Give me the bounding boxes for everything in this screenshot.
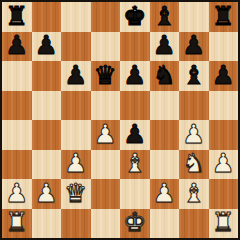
square-g3[interactable]: ♞: [179, 150, 209, 180]
square-f7[interactable]: ♟: [150, 32, 180, 62]
square-h4[interactable]: [209, 120, 239, 150]
square-d7[interactable]: [91, 32, 121, 62]
square-c7[interactable]: [61, 32, 91, 62]
piece-black-pawn[interactable]: ♟: [182, 32, 205, 58]
square-b1[interactable]: [32, 209, 62, 239]
piece-white-queen[interactable]: ♛: [64, 180, 87, 206]
piece-white-pawn[interactable]: ♟: [64, 150, 87, 176]
square-g4[interactable]: ♟: [179, 120, 209, 150]
square-h2[interactable]: [209, 179, 239, 209]
square-g7[interactable]: ♟: [179, 32, 209, 62]
square-a4[interactable]: [2, 120, 32, 150]
square-a8[interactable]: ♜: [2, 2, 32, 32]
square-g5[interactable]: [179, 91, 209, 121]
piece-black-knight[interactable]: ♞: [153, 62, 176, 88]
piece-white-rook[interactable]: ♜: [5, 209, 28, 235]
square-h6[interactable]: ♟: [209, 61, 239, 91]
square-b7[interactable]: ♟: [32, 32, 62, 62]
piece-black-queen[interactable]: ♛: [94, 62, 117, 88]
piece-black-pawn[interactable]: ♟: [123, 62, 146, 88]
square-a2[interactable]: ♟: [2, 179, 32, 209]
piece-black-pawn[interactable]: ♟: [64, 62, 87, 88]
square-f6[interactable]: ♞: [150, 61, 180, 91]
square-h8[interactable]: ♜: [209, 2, 239, 32]
square-c8[interactable]: [61, 2, 91, 32]
square-f2[interactable]: ♟: [150, 179, 180, 209]
square-d1[interactable]: [91, 209, 121, 239]
square-h5[interactable]: [209, 91, 239, 121]
square-a6[interactable]: [2, 61, 32, 91]
piece-black-king[interactable]: ♚: [123, 3, 146, 29]
square-f5[interactable]: [150, 91, 180, 121]
square-d5[interactable]: [91, 91, 121, 121]
square-b3[interactable]: [32, 150, 62, 180]
square-f1[interactable]: [150, 209, 180, 239]
square-a1[interactable]: ♜: [2, 209, 32, 239]
square-e3[interactable]: ♝: [120, 150, 150, 180]
square-b5[interactable]: [32, 91, 62, 121]
square-h7[interactable]: [209, 32, 239, 62]
square-e7[interactable]: [120, 32, 150, 62]
square-e1[interactable]: ♚: [120, 209, 150, 239]
square-e6[interactable]: ♟: [120, 61, 150, 91]
piece-white-bishop[interactable]: ♝: [182, 180, 205, 206]
piece-white-pawn[interactable]: ♟: [182, 121, 205, 147]
square-h3[interactable]: ♟: [209, 150, 239, 180]
square-d2[interactable]: [91, 179, 121, 209]
piece-white-pawn[interactable]: ♟: [153, 180, 176, 206]
piece-black-rook[interactable]: ♜: [212, 3, 235, 29]
square-b8[interactable]: [32, 2, 62, 32]
chess-board: ♜♚♝♜♟♟♟♟♟♛♟♞♝♟♟♟♟♟♝♞♟♟♟♛♟♝♜♚♜: [0, 0, 240, 240]
square-e4[interactable]: ♟: [120, 120, 150, 150]
square-c2[interactable]: ♛: [61, 179, 91, 209]
piece-black-pawn[interactable]: ♟: [212, 62, 235, 88]
piece-black-pawn[interactable]: ♟: [123, 121, 146, 147]
piece-black-bishop[interactable]: ♝: [153, 3, 176, 29]
square-g6[interactable]: ♝: [179, 61, 209, 91]
square-a5[interactable]: [2, 91, 32, 121]
square-f4[interactable]: [150, 120, 180, 150]
square-f3[interactable]: [150, 150, 180, 180]
square-d4[interactable]: ♟: [91, 120, 121, 150]
square-g8[interactable]: [179, 2, 209, 32]
square-c6[interactable]: ♟: [61, 61, 91, 91]
square-f8[interactable]: ♝: [150, 2, 180, 32]
square-c5[interactable]: [61, 91, 91, 121]
square-b6[interactable]: [32, 61, 62, 91]
piece-white-pawn[interactable]: ♟: [94, 121, 117, 147]
square-c3[interactable]: ♟: [61, 150, 91, 180]
piece-white-rook[interactable]: ♜: [212, 209, 235, 235]
piece-white-pawn[interactable]: ♟: [35, 180, 58, 206]
square-h1[interactable]: ♜: [209, 209, 239, 239]
square-b2[interactable]: ♟: [32, 179, 62, 209]
piece-white-bishop[interactable]: ♝: [123, 150, 146, 176]
square-e8[interactable]: ♚: [120, 2, 150, 32]
piece-white-pawn[interactable]: ♟: [212, 150, 235, 176]
square-a7[interactable]: ♟: [2, 32, 32, 62]
square-e2[interactable]: [120, 179, 150, 209]
square-b4[interactable]: [32, 120, 62, 150]
piece-black-bishop[interactable]: ♝: [182, 62, 205, 88]
piece-white-knight[interactable]: ♞: [182, 150, 205, 176]
piece-black-pawn[interactable]: ♟: [153, 32, 176, 58]
square-d6[interactable]: ♛: [91, 61, 121, 91]
square-c1[interactable]: [61, 209, 91, 239]
piece-white-pawn[interactable]: ♟: [5, 180, 28, 206]
square-g2[interactable]: ♝: [179, 179, 209, 209]
square-c4[interactable]: [61, 120, 91, 150]
square-d8[interactable]: [91, 2, 121, 32]
square-d3[interactable]: [91, 150, 121, 180]
piece-black-pawn[interactable]: ♟: [5, 32, 28, 58]
square-e5[interactable]: [120, 91, 150, 121]
piece-white-king[interactable]: ♚: [123, 209, 146, 235]
square-a3[interactable]: [2, 150, 32, 180]
square-g1[interactable]: [179, 209, 209, 239]
piece-black-rook[interactable]: ♜: [5, 3, 28, 29]
piece-black-pawn[interactable]: ♟: [35, 32, 58, 58]
